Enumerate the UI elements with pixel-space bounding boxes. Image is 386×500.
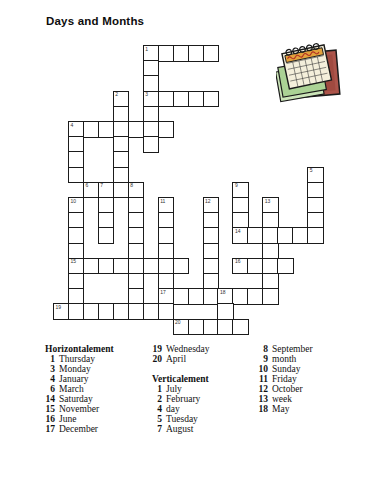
grid-cell[interactable]	[203, 273, 219, 290]
clue: 13week	[258, 394, 313, 404]
clue-text: April	[166, 354, 186, 364]
grid-cell[interactable]	[262, 212, 278, 229]
grid-cell[interactable]	[262, 288, 278, 305]
clue-text: Monday	[59, 364, 91, 374]
clue-number: 3	[45, 364, 55, 374]
clue: 12October	[258, 384, 313, 394]
grid-cell[interactable]	[158, 303, 174, 320]
clue: 10Sunday	[258, 364, 313, 374]
worksheet-page: Days and Months 123456789101112131415161…	[0, 0, 386, 500]
cell-number: 5	[310, 168, 313, 173]
grid-cell[interactable]	[68, 136, 84, 153]
grid-cell[interactable]	[98, 197, 114, 214]
grid-cell[interactable]: 8	[128, 182, 144, 199]
cell-number: 1	[145, 47, 148, 52]
clue: 20April	[152, 354, 210, 364]
clue-number: 12	[258, 384, 268, 394]
clue: 6March	[45, 384, 114, 394]
clue: 11Friday	[258, 374, 313, 384]
clue-number: 18	[258, 404, 268, 414]
grid-cell[interactable]	[128, 288, 144, 305]
clue-text: Wednesday	[166, 344, 210, 354]
clue-number: 4	[45, 374, 55, 384]
cell-number: 4	[70, 123, 73, 128]
grid-cell[interactable]	[113, 106, 129, 123]
cell-number: 9	[235, 183, 238, 188]
crossword-grid: 1234567891011121314151617181920	[53, 45, 324, 336]
clue: 4day	[152, 404, 210, 414]
cell-number: 7	[100, 183, 103, 188]
grid-cell[interactable]	[203, 258, 219, 275]
clue-section-header: Verticalement	[152, 374, 210, 384]
grid-cell[interactable]	[203, 45, 219, 62]
grid-cell[interactable]	[232, 197, 248, 214]
cell-number: 8	[130, 183, 133, 188]
clue: 7August	[152, 424, 210, 434]
grid-cell[interactable]	[68, 227, 84, 244]
clue: 17December	[45, 424, 114, 434]
cell-number: 19	[56, 305, 62, 310]
grid-cell[interactable]	[68, 273, 84, 290]
clue: 1July	[152, 384, 210, 394]
grid-cell[interactable]	[128, 273, 144, 290]
clue-text: May	[272, 404, 289, 414]
grid-cell[interactable]	[68, 151, 84, 168]
grid-cell[interactable]	[143, 106, 159, 123]
clue-number: 1	[45, 354, 55, 364]
clue-number: 7	[152, 424, 162, 434]
cell-number: 20	[175, 320, 181, 325]
clue-number: 4	[152, 404, 162, 414]
grid-cell[interactable]	[128, 212, 144, 229]
grid-cell[interactable]	[113, 151, 129, 168]
grid-cell[interactable]	[158, 212, 174, 229]
clue-number: 5	[152, 414, 162, 424]
grid-cell[interactable]	[113, 167, 129, 184]
cell-number: 17	[160, 290, 166, 295]
grid-cell[interactable]	[68, 212, 84, 229]
clue-number: 14	[45, 394, 55, 404]
clue: 9month	[258, 354, 313, 364]
clue-number: 15	[45, 404, 55, 414]
cell-number: 10	[70, 199, 76, 204]
clue-number: 20	[152, 354, 162, 364]
grid-cell[interactable]	[68, 167, 84, 184]
clue-text: January	[59, 374, 89, 384]
grid-cell[interactable]: 12	[203, 197, 219, 214]
grid-cell[interactable]	[307, 227, 323, 244]
clue-text: Tuesday	[166, 414, 198, 424]
page-title: Days and Months	[46, 15, 144, 27]
clue-text: October	[272, 384, 303, 394]
grid-cell[interactable]	[307, 197, 323, 214]
clue: 8September	[258, 344, 313, 354]
cell-number: 18	[220, 290, 226, 295]
clue-text: Thursday	[59, 354, 95, 364]
clue: 15November	[45, 404, 114, 414]
grid-cell[interactable]: 10	[68, 197, 84, 214]
clue: 1Thursday	[45, 354, 114, 364]
clue-number: 9	[258, 354, 268, 364]
grid-cell[interactable]	[68, 243, 84, 260]
spacer	[152, 364, 210, 374]
grid-cell[interactable]	[98, 227, 114, 244]
clue-number: 19	[152, 344, 162, 354]
clue: 5Tuesday	[152, 414, 210, 424]
grid-cell[interactable]	[232, 319, 248, 336]
grid-cell[interactable]: 2	[113, 91, 129, 108]
grid-cell[interactable]	[143, 60, 159, 77]
clue-text: week	[272, 394, 292, 404]
clue-column: 19Wednesday20AprilVerticalement1July2Feb…	[152, 344, 210, 434]
clue-text: June	[59, 414, 76, 424]
cell-number: 2	[115, 92, 118, 97]
grid-cell[interactable]: 9	[232, 182, 248, 199]
cell-number: 11	[160, 199, 165, 204]
clue-number: 1	[152, 384, 162, 394]
grid-cell[interactable]	[203, 243, 219, 260]
clue-section-header: Horizontalement	[45, 344, 114, 354]
grid-cell[interactable]	[262, 243, 278, 260]
clue: 3Monday	[45, 364, 114, 374]
clue: 19Wednesday	[152, 344, 210, 354]
grid-cell[interactable]	[98, 212, 114, 229]
grid-cell[interactable]	[203, 91, 219, 108]
clue-number: 17	[45, 424, 55, 434]
clue-text: September	[272, 344, 313, 354]
grid-cell[interactable]	[158, 121, 174, 138]
grid-cell[interactable]: 13	[262, 197, 278, 214]
clue-number: 6	[45, 384, 55, 394]
grid-cell[interactable]: 11	[158, 197, 174, 214]
clue-number: 11	[258, 374, 268, 384]
clue-text: Sunday	[272, 364, 301, 374]
cell-number: 14	[235, 229, 241, 234]
clue-text: July	[166, 384, 182, 394]
grid-cell[interactable]	[158, 243, 174, 260]
grid-cell[interactable]	[158, 227, 174, 244]
clue-text: month	[272, 354, 296, 364]
clue: 14Saturday	[45, 394, 114, 404]
cell-number: 3	[145, 92, 148, 97]
clue-text: day	[166, 404, 180, 414]
clue-column: Horizontalement1Thursday3Monday4January6…	[45, 344, 114, 434]
clue-number: 8	[258, 344, 268, 354]
grid-cell[interactable]	[307, 182, 323, 199]
clue-text: December	[59, 424, 98, 434]
grid-cell[interactable]	[203, 227, 219, 244]
clue-text: Saturday	[59, 394, 93, 404]
cell-number: 16	[235, 259, 241, 264]
grid-cell[interactable]	[128, 197, 144, 214]
grid-cell[interactable]	[68, 288, 84, 305]
grid-cell[interactable]	[217, 303, 233, 320]
grid-cell[interactable]	[113, 136, 129, 153]
clue: 2February	[152, 394, 210, 404]
grid-cell[interactable]	[158, 273, 174, 290]
grid-cell[interactable]	[128, 243, 144, 260]
grid-cell[interactable]	[143, 136, 159, 153]
clue-text: Friday	[272, 374, 297, 384]
clue-number: 16	[45, 414, 55, 424]
grid-cell[interactable]	[307, 212, 323, 229]
cell-number: 6	[85, 183, 88, 188]
clue-number: 2	[152, 394, 162, 404]
clue-text: August	[166, 424, 193, 434]
grid-cell[interactable]	[143, 75, 159, 92]
grid-cell[interactable]	[277, 258, 293, 275]
grid-cell[interactable]	[128, 227, 144, 244]
clue-number: 10	[258, 364, 268, 374]
clue: 4January	[45, 374, 114, 384]
clue-number: 13	[258, 394, 268, 404]
cell-number: 15	[70, 259, 76, 264]
grid-cell[interactable]: 5	[307, 167, 323, 184]
clue-text: November	[59, 404, 99, 414]
clue-text: March	[59, 384, 84, 394]
cell-number: 13	[265, 199, 271, 204]
clue: 18May	[258, 404, 313, 414]
clue-column: 8September9month10Sunday11Friday12Octobe…	[258, 344, 313, 414]
cell-number: 12	[205, 199, 211, 204]
grid-cell[interactable]	[203, 212, 219, 229]
clue: 16June	[45, 414, 114, 424]
clue-text: February	[166, 394, 200, 404]
grid-cell[interactable]	[232, 212, 248, 229]
grid-cell[interactable]	[262, 273, 278, 290]
grid-cell[interactable]	[173, 258, 189, 275]
